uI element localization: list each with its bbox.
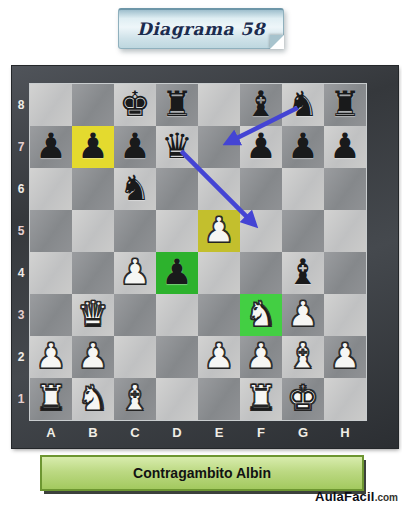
square-c4: ♟ xyxy=(114,252,156,294)
piece-white-bishop-g2: ♝ xyxy=(287,339,318,374)
rank-labels: 87654321 xyxy=(12,84,30,420)
square-g1: ♚ xyxy=(282,378,324,420)
brand-name: AulaFacil xyxy=(315,489,375,504)
square-c3 xyxy=(114,294,156,336)
rank-label-6: 6 xyxy=(12,168,30,210)
square-b1: ♞ xyxy=(72,378,114,420)
square-b4 xyxy=(72,252,114,294)
square-h7: ♟ xyxy=(324,126,366,168)
square-g2: ♝ xyxy=(282,336,324,378)
rank-label-3: 3 xyxy=(12,294,30,336)
piece-black-pawn-a7: ♟ xyxy=(35,129,66,164)
square-d7: ♛ xyxy=(156,126,198,168)
piece-black-bishop-g4: ♝ xyxy=(287,255,318,290)
square-c7: ♟ xyxy=(114,126,156,168)
rank-label-8: 8 xyxy=(12,84,30,126)
file-label-a: A xyxy=(30,420,72,440)
piece-white-pawn-f2: ♟ xyxy=(245,339,276,374)
caption-box: Contragambito Albin xyxy=(40,455,364,491)
file-label-c: C xyxy=(114,420,156,440)
chess-board: 87654321 ABCDEFGH ♚♜♝♞♜♟♟♟♛♟♟♟♞♟♟♟♝♛♞♟♟♟… xyxy=(12,66,398,448)
piece-white-queen-b3: ♛ xyxy=(77,297,108,332)
square-a1: ♜ xyxy=(30,378,72,420)
piece-white-bishop-c1: ♝ xyxy=(119,381,150,416)
piece-black-queen-d7: ♛ xyxy=(161,129,192,164)
square-e7 xyxy=(198,126,240,168)
square-e1 xyxy=(198,378,240,420)
square-f4 xyxy=(240,252,282,294)
square-e8 xyxy=(198,84,240,126)
file-label-g: G xyxy=(282,420,324,440)
square-h5 xyxy=(324,210,366,252)
square-f6 xyxy=(240,168,282,210)
file-label-d: D xyxy=(156,420,198,440)
diagram-title-plaque: Diagrama 58 xyxy=(118,8,284,49)
piece-white-rook-f1: ♜ xyxy=(245,381,276,416)
square-d6 xyxy=(156,168,198,210)
square-a8 xyxy=(30,84,72,126)
square-h3 xyxy=(324,294,366,336)
piece-black-bishop-f8: ♝ xyxy=(245,87,276,122)
square-d1 xyxy=(156,378,198,420)
square-c5 xyxy=(114,210,156,252)
file-label-f: F xyxy=(240,420,282,440)
piece-black-pawn-b7: ♟ xyxy=(77,129,108,164)
square-e2: ♟ xyxy=(198,336,240,378)
square-a7: ♟ xyxy=(30,126,72,168)
board-grid: ♚♜♝♞♜♟♟♟♛♟♟♟♞♟♟♟♝♛♞♟♟♟♟♟♝♟♜♞♝♜♚ xyxy=(30,84,366,420)
piece-white-king-g1: ♚ xyxy=(287,381,318,416)
square-c6: ♞ xyxy=(114,168,156,210)
board-play-area: ♚♜♝♞♜♟♟♟♛♟♟♟♞♟♟♟♝♛♞♟♟♟♟♟♝♟♜♞♝♜♚ xyxy=(30,84,366,420)
piece-black-king-c8: ♚ xyxy=(119,87,150,122)
file-labels: ABCDEFGH xyxy=(30,420,366,448)
piece-white-pawn-b2: ♟ xyxy=(77,339,108,374)
piece-white-pawn-g3: ♟ xyxy=(287,297,318,332)
square-b7: ♟ xyxy=(72,126,114,168)
piece-white-pawn-h2: ♟ xyxy=(329,339,360,374)
square-b6 xyxy=(72,168,114,210)
square-d4: ♟ xyxy=(156,252,198,294)
rank-label-7: 7 xyxy=(12,126,30,168)
piece-black-pawn-h7: ♟ xyxy=(329,129,360,164)
rank-label-1: 1 xyxy=(12,378,30,420)
piece-white-pawn-a2: ♟ xyxy=(35,339,66,374)
square-e5: ♟ xyxy=(198,210,240,252)
square-f5 xyxy=(240,210,282,252)
piece-black-pawn-d4: ♟ xyxy=(161,255,192,290)
piece-black-knight-c6: ♞ xyxy=(119,171,150,206)
piece-black-pawn-f7: ♟ xyxy=(245,129,276,164)
square-f3: ♞ xyxy=(240,294,282,336)
square-d8: ♜ xyxy=(156,84,198,126)
piece-black-rook-d8: ♜ xyxy=(161,87,192,122)
square-a4 xyxy=(30,252,72,294)
square-g7: ♟ xyxy=(282,126,324,168)
square-g5 xyxy=(282,210,324,252)
square-h2: ♟ xyxy=(324,336,366,378)
square-b8 xyxy=(72,84,114,126)
square-g8: ♞ xyxy=(282,84,324,126)
piece-white-rook-a1: ♜ xyxy=(35,381,66,416)
rank-label-4: 4 xyxy=(12,252,30,294)
square-h4 xyxy=(324,252,366,294)
caption-text: Contragambito Albin xyxy=(133,465,271,481)
rank-label-2: 2 xyxy=(12,336,30,378)
square-a2: ♟ xyxy=(30,336,72,378)
square-a5 xyxy=(30,210,72,252)
piece-black-pawn-g7: ♟ xyxy=(287,129,318,164)
square-f1: ♜ xyxy=(240,378,282,420)
file-label-e: E xyxy=(198,420,240,440)
square-d2 xyxy=(156,336,198,378)
square-e3 xyxy=(198,294,240,336)
square-g4: ♝ xyxy=(282,252,324,294)
piece-white-knight-b1: ♞ xyxy=(77,381,108,416)
square-g3: ♟ xyxy=(282,294,324,336)
diagram-title: Diagrama 58 xyxy=(137,19,265,39)
square-e6 xyxy=(198,168,240,210)
plaque-fold-corner-icon xyxy=(270,35,284,49)
rank-label-5: 5 xyxy=(12,210,30,252)
piece-black-rook-h8: ♜ xyxy=(329,87,360,122)
piece-white-knight-f3: ♞ xyxy=(245,297,276,332)
square-a3 xyxy=(30,294,72,336)
square-h6 xyxy=(324,168,366,210)
file-label-b: B xyxy=(72,420,114,440)
square-d5 xyxy=(156,210,198,252)
file-label-h: H xyxy=(324,420,366,440)
square-b2: ♟ xyxy=(72,336,114,378)
square-b5 xyxy=(72,210,114,252)
square-f7: ♟ xyxy=(240,126,282,168)
square-f8: ♝ xyxy=(240,84,282,126)
square-b3: ♛ xyxy=(72,294,114,336)
square-g6 xyxy=(282,168,324,210)
square-c8: ♚ xyxy=(114,84,156,126)
piece-black-knight-g8: ♞ xyxy=(287,87,318,122)
piece-white-pawn-e5: ♟ xyxy=(203,213,234,248)
square-f2: ♟ xyxy=(240,336,282,378)
square-h1 xyxy=(324,378,366,420)
square-e4 xyxy=(198,252,240,294)
square-c2 xyxy=(114,336,156,378)
site-branding: AulaFacil.com xyxy=(315,487,398,505)
square-c1: ♝ xyxy=(114,378,156,420)
page: Diagrama 58 87654321 ABCDEFGH ♚♜♝♞♜♟♟♟♛♟… xyxy=(0,0,402,505)
square-h8: ♜ xyxy=(324,84,366,126)
square-a6 xyxy=(30,168,72,210)
brand-suffix: .com xyxy=(375,492,398,503)
piece-white-pawn-e2: ♟ xyxy=(203,339,234,374)
square-d3 xyxy=(156,294,198,336)
piece-black-pawn-c7: ♟ xyxy=(119,129,150,164)
piece-white-pawn-c4: ♟ xyxy=(119,255,150,290)
